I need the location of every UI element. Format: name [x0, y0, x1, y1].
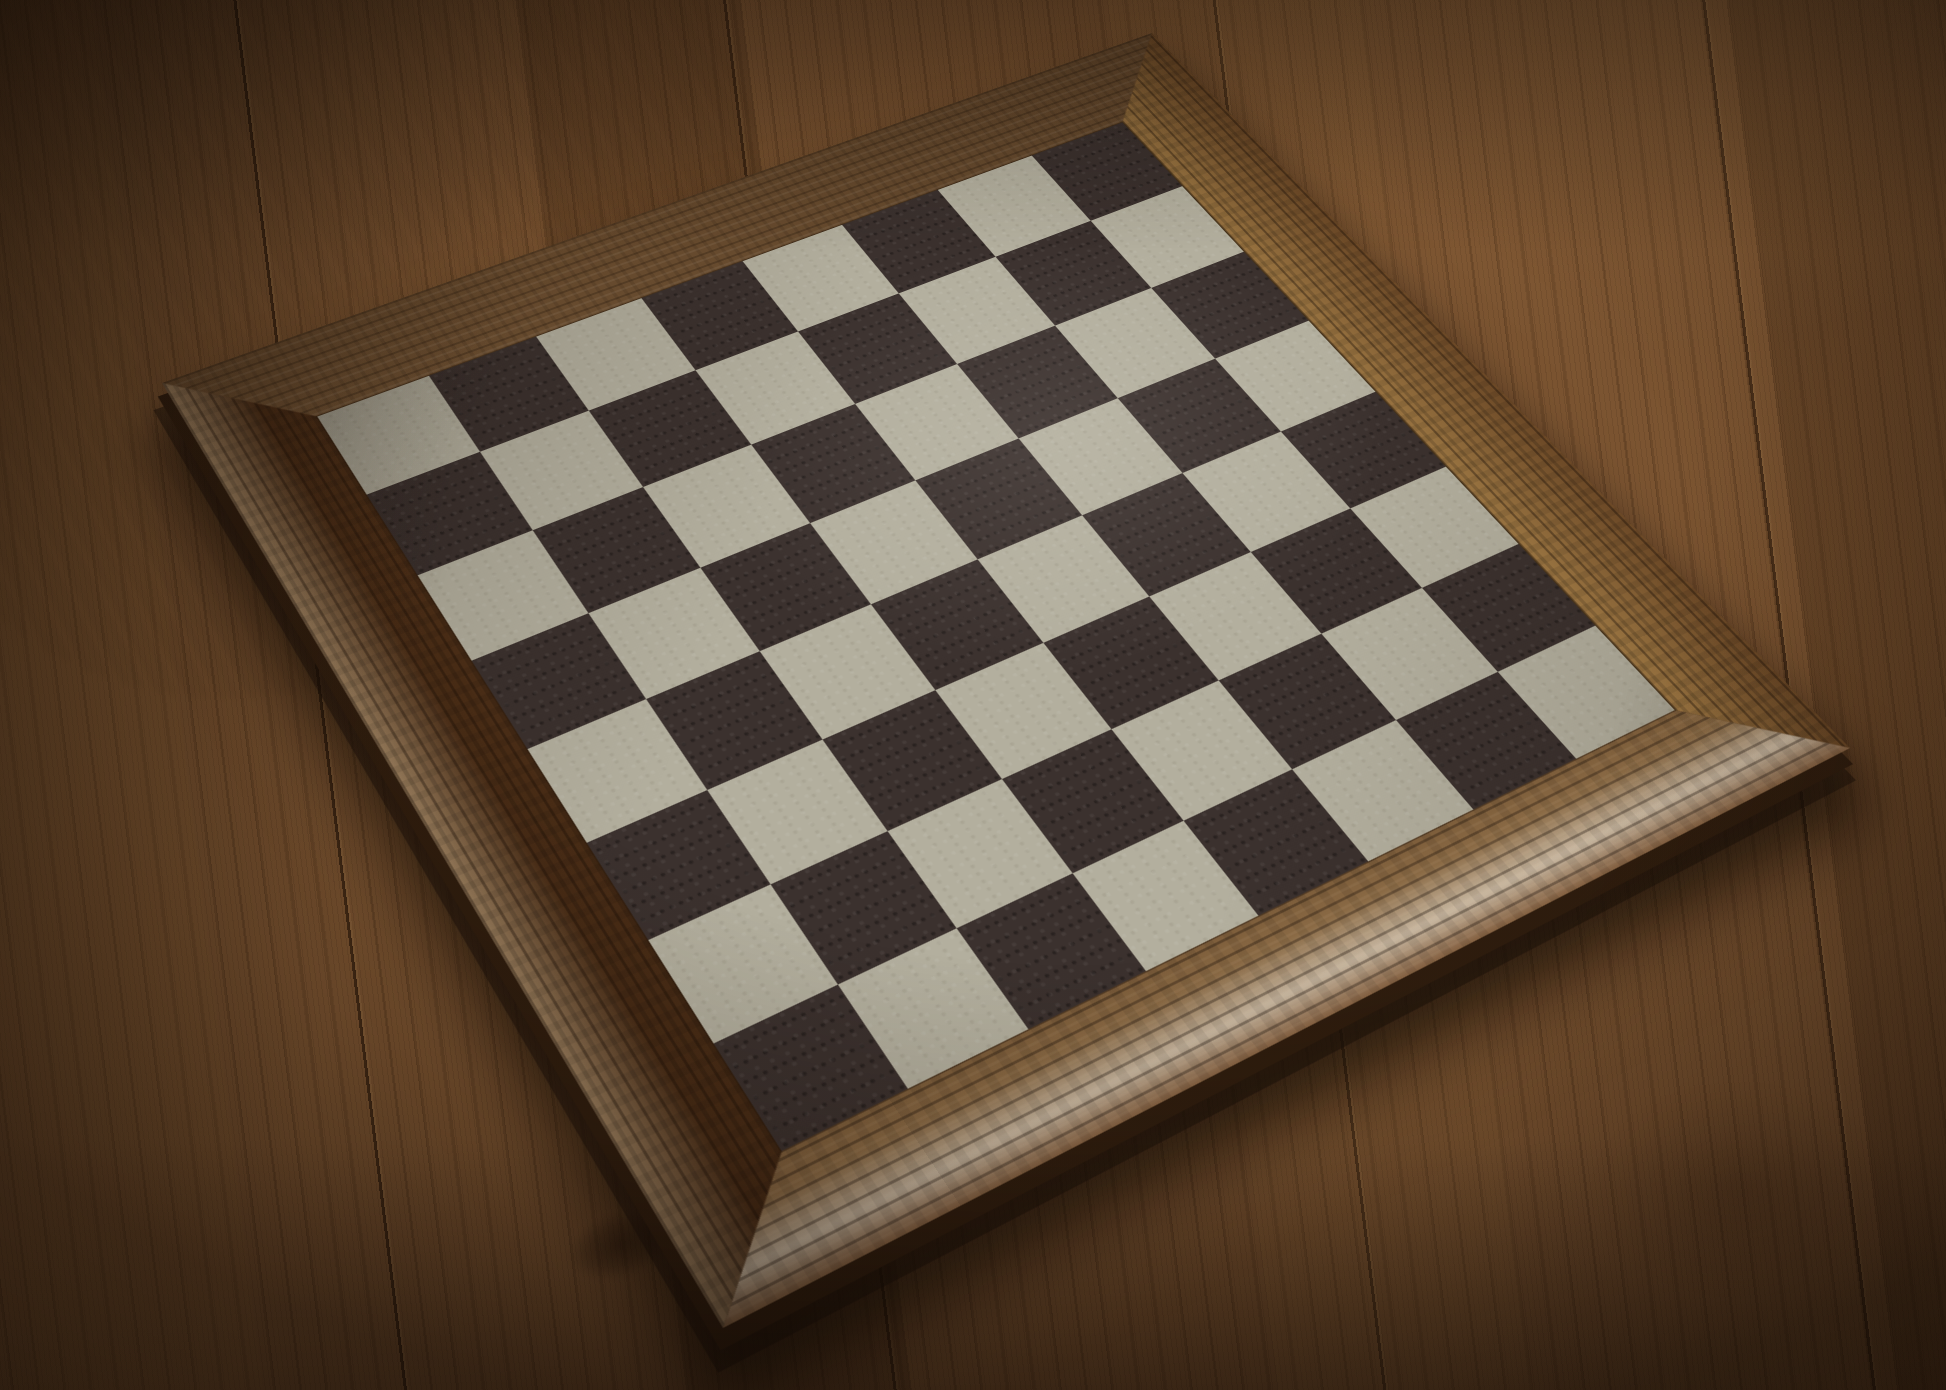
- chessboard: [162, 33, 1850, 1328]
- chessboard-wrapper: [0, 0, 1946, 1390]
- photo-scene: [0, 0, 1946, 1390]
